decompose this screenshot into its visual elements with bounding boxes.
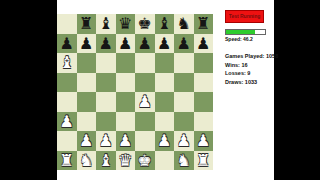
- square-f4[interactable]: [155, 92, 175, 112]
- square-d4[interactable]: [116, 92, 136, 112]
- square-c4[interactable]: [96, 92, 116, 112]
- progress-bar: [225, 29, 266, 35]
- square-a5[interactable]: [57, 73, 77, 93]
- piece-white-pawn: ♟: [116, 131, 136, 151]
- square-f8[interactable]: ♝: [155, 14, 175, 34]
- piece-black-pawn: ♟: [77, 34, 97, 54]
- square-e8[interactable]: ♚: [135, 14, 155, 34]
- piece-black-pawn: ♟: [116, 34, 136, 54]
- piece-white-pawn: ♟: [77, 131, 97, 151]
- square-e2[interactable]: [135, 131, 155, 151]
- piece-white-knight: ♞: [174, 151, 194, 171]
- wins-label: Wins: 16: [225, 61, 285, 70]
- square-a3[interactable]: ♟: [57, 112, 77, 132]
- square-h8[interactable]: ♜: [194, 14, 214, 34]
- square-c8[interactable]: ♝: [96, 14, 116, 34]
- square-h7[interactable]: ♟: [194, 34, 214, 54]
- square-c7[interactable]: ♟: [96, 34, 116, 54]
- square-d5[interactable]: [116, 73, 136, 93]
- piece-black-king: ♚: [135, 14, 155, 34]
- square-g5[interactable]: [174, 73, 194, 93]
- square-h6[interactable]: [194, 53, 214, 73]
- square-d6[interactable]: [116, 53, 136, 73]
- square-a2[interactable]: [57, 131, 77, 151]
- piece-black-pawn: ♟: [96, 34, 116, 54]
- piece-white-pawn: ♟: [174, 131, 194, 151]
- square-b6[interactable]: [77, 53, 97, 73]
- square-g8[interactable]: ♞: [174, 14, 194, 34]
- piece-black-bishop: ♝: [155, 14, 175, 34]
- square-h5[interactable]: [194, 73, 214, 93]
- square-f5[interactable]: [155, 73, 175, 93]
- piece-white-knight: ♞: [77, 151, 97, 171]
- piece-white-pawn: ♟: [155, 131, 175, 151]
- speed-label: Speed: 46.2: [225, 36, 274, 42]
- square-f2[interactable]: ♟: [155, 131, 175, 151]
- square-d1[interactable]: ♛: [116, 151, 136, 171]
- piece-black-bishop: ♝: [96, 14, 116, 34]
- chess-board: ♜♝♛♚♝♞♜♟♟♟♟♟♟♟♟♝♟♟♟♟♟♟♟♟♜♞♝♛♚♞♜: [57, 14, 213, 170]
- square-a7[interactable]: ♟: [57, 34, 77, 54]
- piece-white-pawn: ♟: [194, 131, 214, 151]
- losses-label: Losses: 9: [225, 69, 285, 78]
- square-a6[interactable]: ♝: [57, 53, 77, 73]
- square-b7[interactable]: ♟: [77, 34, 97, 54]
- piece-white-queen: ♛: [116, 151, 136, 171]
- piece-white-pawn: ♟: [135, 92, 155, 112]
- piece-black-pawn: ♟: [174, 34, 194, 54]
- piece-black-knight: ♞: [174, 14, 194, 34]
- stats-block: Games Played: 1058 Wins: 16 Losses: 9 Dr…: [225, 52, 285, 87]
- square-h1[interactable]: ♜: [194, 151, 214, 171]
- square-c2[interactable]: ♟: [96, 131, 116, 151]
- progress-bar-fill: [226, 30, 255, 34]
- games-played-label: Games Played: 1058: [225, 52, 285, 61]
- stats-panel: Test Running Speed: 46.2 Games Played: 1…: [225, 0, 274, 180]
- piece-white-king: ♚: [135, 151, 155, 171]
- status-button[interactable]: Test Running: [225, 10, 264, 23]
- square-f3[interactable]: [155, 112, 175, 132]
- piece-white-pawn: ♟: [57, 112, 77, 132]
- square-c3[interactable]: [96, 112, 116, 132]
- square-f1[interactable]: [155, 151, 175, 171]
- square-g7[interactable]: ♟: [174, 34, 194, 54]
- square-g1[interactable]: ♞: [174, 151, 194, 171]
- square-a1[interactable]: ♜: [57, 151, 77, 171]
- square-h3[interactable]: [194, 112, 214, 132]
- app-window: ♜♝♛♚♝♞♜♟♟♟♟♟♟♟♟♝♟♟♟♟♟♟♟♟♜♞♝♛♚♞♜ Test Run…: [57, 0, 274, 180]
- piece-white-rook: ♜: [57, 151, 77, 171]
- square-f7[interactable]: ♟: [155, 34, 175, 54]
- square-c6[interactable]: [96, 53, 116, 73]
- square-d3[interactable]: [116, 112, 136, 132]
- square-c1[interactable]: ♝: [96, 151, 116, 171]
- square-b3[interactable]: [77, 112, 97, 132]
- piece-black-queen: ♛: [116, 14, 136, 34]
- square-b4[interactable]: [77, 92, 97, 112]
- square-b8[interactable]: ♜: [77, 14, 97, 34]
- square-a4[interactable]: [57, 92, 77, 112]
- square-b5[interactable]: [77, 73, 97, 93]
- square-e6[interactable]: [135, 53, 155, 73]
- square-b1[interactable]: ♞: [77, 151, 97, 171]
- square-e5[interactable]: [135, 73, 155, 93]
- square-g2[interactable]: ♟: [174, 131, 194, 151]
- square-b2[interactable]: ♟: [77, 131, 97, 151]
- square-h4[interactable]: [194, 92, 214, 112]
- square-c5[interactable]: [96, 73, 116, 93]
- square-d8[interactable]: ♛: [116, 14, 136, 34]
- piece-white-pawn: ♟: [96, 131, 116, 151]
- square-f6[interactable]: [155, 53, 175, 73]
- square-d7[interactable]: ♟: [116, 34, 136, 54]
- square-e7[interactable]: ♟: [135, 34, 155, 54]
- piece-black-pawn: ♟: [57, 34, 77, 54]
- piece-white-rook: ♜: [194, 151, 214, 171]
- piece-white-bishop: ♝: [96, 151, 116, 171]
- square-e3[interactable]: [135, 112, 155, 132]
- piece-black-rook: ♜: [194, 14, 214, 34]
- square-g4[interactable]: [174, 92, 194, 112]
- piece-black-pawn: ♟: [155, 34, 175, 54]
- piece-white-bishop: ♝: [57, 53, 77, 73]
- piece-black-pawn: ♟: [135, 34, 155, 54]
- square-d2[interactable]: ♟: [116, 131, 136, 151]
- square-e4[interactable]: ♟: [135, 92, 155, 112]
- square-g6[interactable]: [174, 53, 194, 73]
- square-g3[interactable]: [174, 112, 194, 132]
- piece-black-rook: ♜: [77, 14, 97, 34]
- square-e1[interactable]: ♚: [135, 151, 155, 171]
- piece-black-pawn: ♟: [194, 34, 214, 54]
- square-a8[interactable]: [57, 14, 77, 34]
- square-h2[interactable]: ♟: [194, 131, 214, 151]
- draws-label: Draws: 1033: [225, 78, 285, 87]
